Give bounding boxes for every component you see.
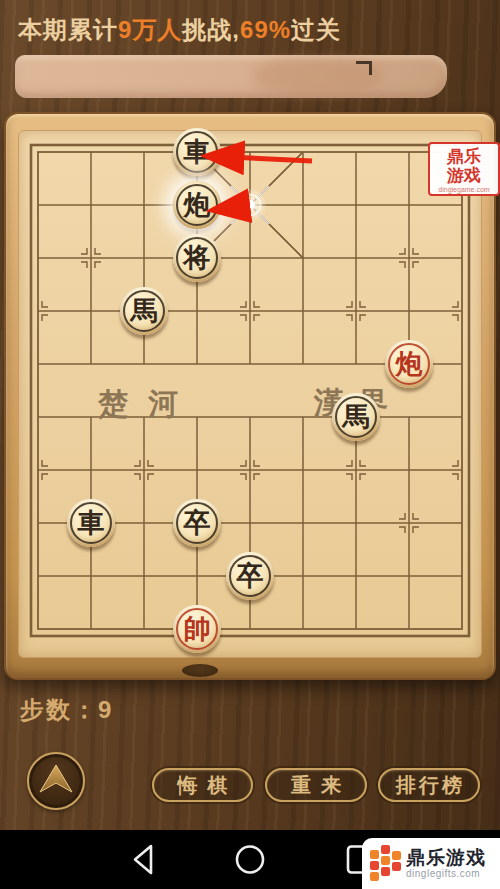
piece-black-soldier-f3r7[interactable]: 卒 [173,499,221,547]
watermark-url-text: dinglegifts.com [406,868,486,879]
board-notch [182,664,218,677]
expand-up-button[interactable] [27,752,85,810]
leaderboard-button[interactable]: 排行榜 [378,768,480,802]
step-counter: 步数：9 [20,694,113,726]
piece-glyph: 炮 [396,350,423,377]
stats-text: 本期累计 [18,16,118,43]
piece-black-horse-f6r5[interactable]: 馬 [332,393,380,441]
dingle-mosaic-logo-icon [370,845,400,883]
stats-text: 过关 [291,16,341,43]
piece-black-chariot-f1r7[interactable]: 車 [67,499,115,547]
chevron-up-icon [29,754,83,808]
piece-glyph: 馬 [343,403,370,430]
stats-text: 挑战, [182,16,240,43]
watermark-bottom-right: 鼎乐游戏 dinglegifts.com [362,838,500,889]
piece-black-chariot-f3r0[interactable]: 車 [173,128,221,176]
piece-glyph: 馬 [131,297,158,324]
piece-black-cannon-f3r1[interactable]: 炮 [173,181,221,229]
restart-button[interactable]: 重来 [265,768,367,802]
watermark-brand-text: 鼎乐游戏 [443,148,485,185]
piece-red-cannon-f7r4[interactable]: 炮 [385,340,433,388]
xiangqi-board[interactable]: 楚河漢界 車炮将馬炮馬車卒卒帥 [0,110,500,680]
piece-glyph: 将 [184,244,211,271]
piece-black-horse-f2r3[interactable]: 馬 [120,287,168,335]
piece-glyph: 車 [78,509,105,536]
watermark-brand-text: 鼎乐游戏 [406,848,486,869]
piece-red-general-f3r9[interactable]: 帥 [173,605,221,653]
piece-glyph: 車 [184,138,211,165]
piece-glyph: 炮 [184,191,211,218]
piece-black-general-f3r2[interactable]: 将 [173,234,221,282]
river-text-left: 楚河 [97,386,198,421]
blur-corner-mark [356,61,372,75]
piece-glyph: 卒 [237,562,264,589]
undo-button[interactable]: 悔棋 [152,768,253,802]
challenge-stats-line: 本期累计9万人挑战,69%过关 [18,14,341,46]
blurred-text-region [15,55,447,98]
stats-count-highlight: 9万人 [118,16,182,43]
piece-black-soldier-f4r8[interactable]: 卒 [226,552,274,600]
piece-glyph: 卒 [184,509,211,536]
watermark-top-right: 鼎乐游戏 dinglegame.com [428,142,500,196]
stats-percent-highlight: 69% [240,16,291,43]
watermark-url-text: dinglegame.com [430,186,498,193]
app-screen: 本期累计9万人挑战,69%过关 楚河漢界 車炮将馬炮馬車卒卒帥 步数：9 悔棋 … [0,0,500,889]
piece-glyph: 帥 [184,615,211,642]
